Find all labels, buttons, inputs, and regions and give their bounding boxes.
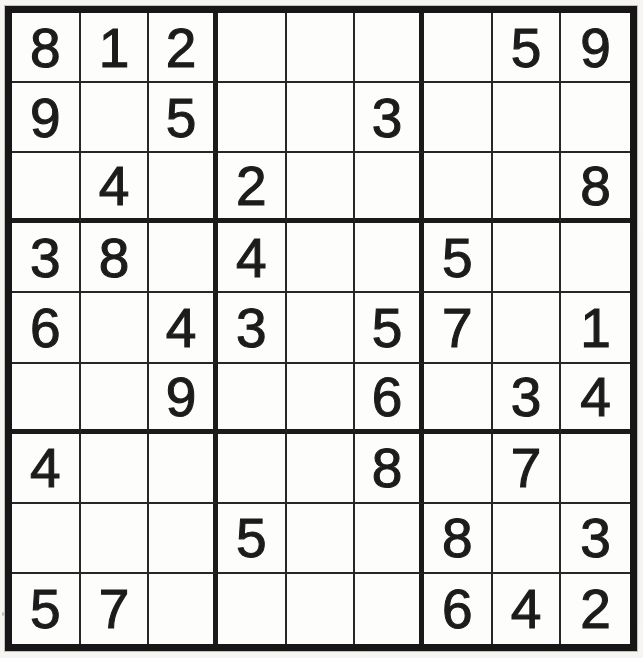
- cell-r4c6[interactable]: [355, 223, 424, 293]
- cell-r1c2: 1: [81, 13, 150, 83]
- cell-r4c4: 4: [218, 223, 287, 293]
- cell-r1c7[interactable]: [424, 13, 493, 83]
- cell-r5c6: 5: [355, 293, 424, 363]
- cell-r3c4: 2: [218, 153, 287, 223]
- cell-r1c9: 9: [561, 13, 630, 83]
- cell-r6c1[interactable]: [12, 364, 81, 434]
- cell-r7c5[interactable]: [287, 434, 356, 504]
- cell-r7c7[interactable]: [424, 434, 493, 504]
- cell-r3c6[interactable]: [355, 153, 424, 223]
- cell-r2c8[interactable]: [493, 83, 562, 153]
- cell-r6c8: 3: [493, 364, 562, 434]
- cell-r9c9: 2: [561, 574, 630, 644]
- cell-r9c4[interactable]: [218, 574, 287, 644]
- cell-r5c9: 1: [561, 293, 630, 363]
- cell-r4c2: 8: [81, 223, 150, 293]
- cell-r4c7: 5: [424, 223, 493, 293]
- cell-r8c5[interactable]: [287, 504, 356, 574]
- cell-r6c3: 9: [149, 364, 218, 434]
- cell-r8c3[interactable]: [149, 504, 218, 574]
- cell-r5c4: 3: [218, 293, 287, 363]
- cell-r2c6: 3: [355, 83, 424, 153]
- cell-r6c4[interactable]: [218, 364, 287, 434]
- cell-r4c3[interactable]: [149, 223, 218, 293]
- cell-r8c7: 8: [424, 504, 493, 574]
- cell-r5c1: 6: [12, 293, 81, 363]
- cell-r2c4[interactable]: [218, 83, 287, 153]
- cell-r9c7: 6: [424, 574, 493, 644]
- cell-r8c8[interactable]: [493, 504, 562, 574]
- cell-r3c7[interactable]: [424, 153, 493, 223]
- cell-r3c5[interactable]: [287, 153, 356, 223]
- cell-r5c5[interactable]: [287, 293, 356, 363]
- sudoku-board: 812599534283845643571963448758357642: [5, 6, 637, 651]
- cell-r1c1: 8: [12, 13, 81, 83]
- cell-r2c2[interactable]: [81, 83, 150, 153]
- cell-r7c2[interactable]: [81, 434, 150, 504]
- cell-r9c5[interactable]: [287, 574, 356, 644]
- cell-r3c9: 8: [561, 153, 630, 223]
- cell-r1c4[interactable]: [218, 13, 287, 83]
- cell-r2c1: 9: [12, 83, 81, 153]
- cell-r9c1: 5: [12, 574, 81, 644]
- cell-r7c8: 7: [493, 434, 562, 504]
- cell-r7c3[interactable]: [149, 434, 218, 504]
- cell-r5c2[interactable]: [81, 293, 150, 363]
- cell-r8c6[interactable]: [355, 504, 424, 574]
- scan-page: 812599534283845643571963448758357642: [0, 0, 643, 658]
- cell-r7c9[interactable]: [561, 434, 630, 504]
- cell-r9c8: 4: [493, 574, 562, 644]
- cell-r1c6[interactable]: [355, 13, 424, 83]
- cell-r8c4: 5: [218, 504, 287, 574]
- cell-r7c1: 4: [12, 434, 81, 504]
- cell-r2c7[interactable]: [424, 83, 493, 153]
- cell-r2c9[interactable]: [561, 83, 630, 153]
- cell-r4c9[interactable]: [561, 223, 630, 293]
- cell-r6c7[interactable]: [424, 364, 493, 434]
- cell-r6c5[interactable]: [287, 364, 356, 434]
- cell-r5c3: 4: [149, 293, 218, 363]
- cell-r9c6[interactable]: [355, 574, 424, 644]
- cell-r2c3: 5: [149, 83, 218, 153]
- cell-r3c8[interactable]: [493, 153, 562, 223]
- cell-r3c3[interactable]: [149, 153, 218, 223]
- cell-r6c9: 4: [561, 364, 630, 434]
- cell-r9c3[interactable]: [149, 574, 218, 644]
- cell-r8c2[interactable]: [81, 504, 150, 574]
- cell-r9c2: 7: [81, 574, 150, 644]
- cell-r5c7: 7: [424, 293, 493, 363]
- cell-r3c2: 4: [81, 153, 150, 223]
- cell-r2c5[interactable]: [287, 83, 356, 153]
- cell-r4c8[interactable]: [493, 223, 562, 293]
- cell-r7c6: 8: [355, 434, 424, 504]
- cell-r4c1: 3: [12, 223, 81, 293]
- cell-r1c5[interactable]: [287, 13, 356, 83]
- cell-r8c9: 3: [561, 504, 630, 574]
- scan-speck: [2, 612, 4, 616]
- cell-r8c1[interactable]: [12, 504, 81, 574]
- cell-r6c2[interactable]: [81, 364, 150, 434]
- cell-r3c1[interactable]: [12, 153, 81, 223]
- cell-r6c6: 6: [355, 364, 424, 434]
- cell-r5c8[interactable]: [493, 293, 562, 363]
- cell-r7c4[interactable]: [218, 434, 287, 504]
- cell-r4c5[interactable]: [287, 223, 356, 293]
- cell-r1c8: 5: [493, 13, 562, 83]
- cell-r1c3: 2: [149, 13, 218, 83]
